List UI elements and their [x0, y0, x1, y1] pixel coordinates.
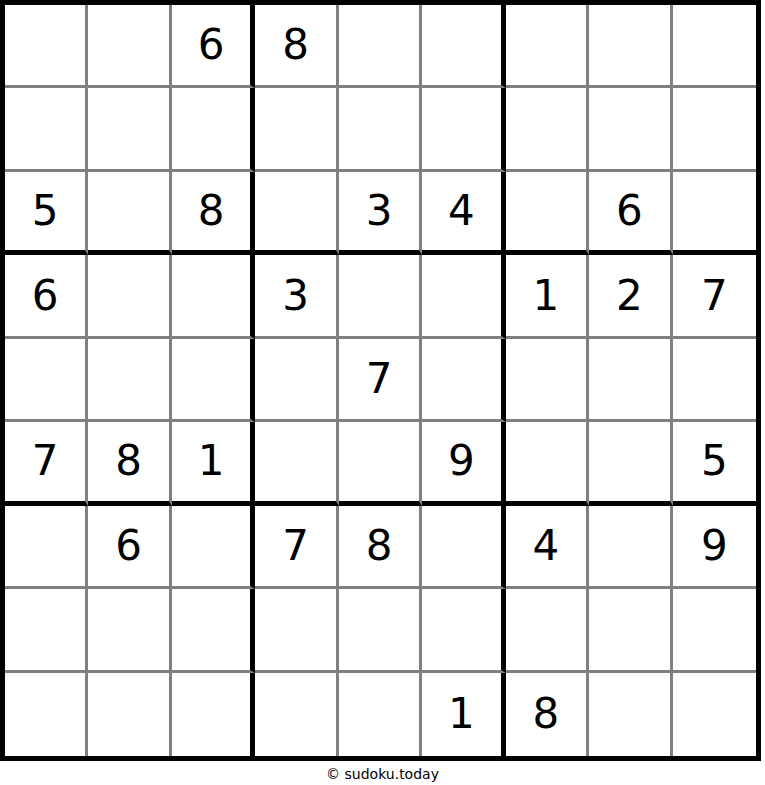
cell-r1c7[interactable]	[506, 5, 589, 88]
cell-r2c5[interactable]	[339, 88, 422, 171]
cell-r2c4[interactable]	[255, 88, 338, 171]
cell-r6c4[interactable]	[255, 422, 338, 505]
cell-r9c2[interactable]	[88, 673, 171, 756]
cell-r1c5[interactable]	[339, 5, 422, 88]
cell-r7c2-given: 6	[88, 506, 171, 589]
cell-r3c1-given: 5	[5, 172, 88, 255]
cell-r8c9[interactable]	[673, 589, 756, 672]
cell-r7c1[interactable]	[5, 506, 88, 589]
cell-r1c9[interactable]	[673, 5, 756, 88]
cell-r9c5[interactable]	[339, 673, 422, 756]
cell-r1c3-given: 6	[172, 5, 255, 88]
cell-r2c9[interactable]	[673, 88, 756, 171]
cell-r6c7[interactable]	[506, 422, 589, 505]
cell-r4c8-given: 2	[589, 255, 672, 338]
cell-r3c6-given: 4	[422, 172, 505, 255]
cell-r2c8[interactable]	[589, 88, 672, 171]
cell-r5c6[interactable]	[422, 339, 505, 422]
cell-r8c6[interactable]	[422, 589, 505, 672]
cell-r4c9-given: 7	[673, 255, 756, 338]
cell-r8c7[interactable]	[506, 589, 589, 672]
cell-r6c3-given: 1	[172, 422, 255, 505]
sudoku-board: 6858346631277781956784918	[0, 0, 761, 761]
cell-r6c1-given: 7	[5, 422, 88, 505]
cell-r2c2[interactable]	[88, 88, 171, 171]
cell-r7c6[interactable]	[422, 506, 505, 589]
sudoku-page: 6858346631277781956784918 © sudoku.today	[0, 0, 765, 785]
cell-r9c6-given: 1	[422, 673, 505, 756]
cell-r6c9-given: 5	[673, 422, 756, 505]
cell-r9c1[interactable]	[5, 673, 88, 756]
cell-r8c8[interactable]	[589, 589, 672, 672]
cell-r4c5[interactable]	[339, 255, 422, 338]
cell-r6c2-given: 8	[88, 422, 171, 505]
cell-r5c1[interactable]	[5, 339, 88, 422]
cell-r7c7-given: 4	[506, 506, 589, 589]
cell-r5c7[interactable]	[506, 339, 589, 422]
cell-r1c1[interactable]	[5, 5, 88, 88]
cell-r7c3[interactable]	[172, 506, 255, 589]
cell-r7c9-given: 9	[673, 506, 756, 589]
site-credit: © sudoku.today	[0, 762, 765, 785]
cell-r3c4[interactable]	[255, 172, 338, 255]
cell-r5c8[interactable]	[589, 339, 672, 422]
cell-r9c4[interactable]	[255, 673, 338, 756]
cell-r1c8[interactable]	[589, 5, 672, 88]
cell-r2c7[interactable]	[506, 88, 589, 171]
cell-r3c3-given: 8	[172, 172, 255, 255]
cell-r4c7-given: 1	[506, 255, 589, 338]
cell-r9c7-given: 8	[506, 673, 589, 756]
cell-r4c6[interactable]	[422, 255, 505, 338]
cell-r8c4[interactable]	[255, 589, 338, 672]
cell-r5c2[interactable]	[88, 339, 171, 422]
cell-r8c2[interactable]	[88, 589, 171, 672]
cell-r4c2[interactable]	[88, 255, 171, 338]
cell-r8c3[interactable]	[172, 589, 255, 672]
cell-r7c5-given: 8	[339, 506, 422, 589]
cell-r1c6[interactable]	[422, 5, 505, 88]
cell-r8c1[interactable]	[5, 589, 88, 672]
cell-r8c5[interactable]	[339, 589, 422, 672]
cell-r4c3[interactable]	[172, 255, 255, 338]
cell-r4c1-given: 6	[5, 255, 88, 338]
cell-r3c9[interactable]	[673, 172, 756, 255]
cell-r6c8[interactable]	[589, 422, 672, 505]
cell-r3c7[interactable]	[506, 172, 589, 255]
cell-r2c6[interactable]	[422, 88, 505, 171]
cell-r2c3[interactable]	[172, 88, 255, 171]
cell-r1c4-given: 8	[255, 5, 338, 88]
cell-r9c9[interactable]	[673, 673, 756, 756]
cell-r5c9[interactable]	[673, 339, 756, 422]
cell-r3c8-given: 6	[589, 172, 672, 255]
cell-r7c4-given: 7	[255, 506, 338, 589]
cell-r5c5-given: 7	[339, 339, 422, 422]
cell-r5c3[interactable]	[172, 339, 255, 422]
cell-r6c6-given: 9	[422, 422, 505, 505]
cell-r4c4-given: 3	[255, 255, 338, 338]
cell-r3c5-given: 3	[339, 172, 422, 255]
cell-r3c2[interactable]	[88, 172, 171, 255]
cell-r2c1[interactable]	[5, 88, 88, 171]
cell-r1c2[interactable]	[88, 5, 171, 88]
cell-r5c4[interactable]	[255, 339, 338, 422]
cell-r7c8[interactable]	[589, 506, 672, 589]
cell-r9c3[interactable]	[172, 673, 255, 756]
cell-r9c8[interactable]	[589, 673, 672, 756]
cell-r6c5[interactable]	[339, 422, 422, 505]
